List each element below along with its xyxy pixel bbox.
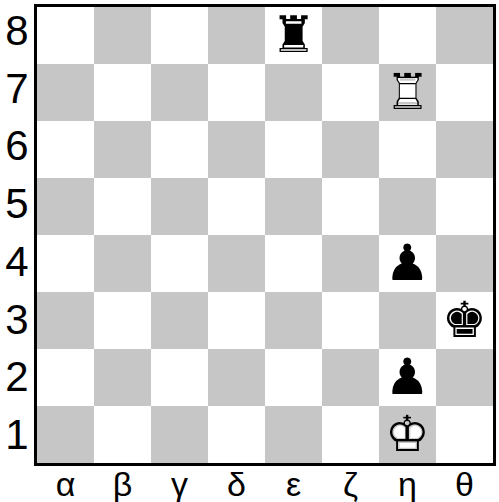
square-a8[interactable] xyxy=(37,7,94,64)
piece-black-king[interactable]: ♚ xyxy=(436,292,493,349)
square-g8[interactable] xyxy=(379,7,436,64)
file-label-epsilon: ε xyxy=(265,466,322,502)
file-labels: αβγδεζηθ xyxy=(37,466,496,502)
square-c3[interactable] xyxy=(151,292,208,349)
square-d5[interactable] xyxy=(208,178,265,235)
square-d6[interactable] xyxy=(208,121,265,178)
square-h5[interactable] xyxy=(436,178,493,235)
file-label-zeta: ζ xyxy=(322,466,379,502)
square-c5[interactable] xyxy=(151,178,208,235)
pawn-glyph: ♟ xyxy=(379,235,436,292)
square-f4[interactable] xyxy=(322,235,379,292)
square-b6[interactable] xyxy=(94,121,151,178)
square-e7[interactable] xyxy=(265,64,322,121)
rank-labels: 87654321 xyxy=(0,4,34,466)
square-b8[interactable] xyxy=(94,7,151,64)
chess-board: ♜♜♖♟♚♟♚♔ xyxy=(34,4,496,466)
square-d1[interactable] xyxy=(208,406,265,463)
square-h4[interactable] xyxy=(436,235,493,292)
square-e4[interactable] xyxy=(265,235,322,292)
square-e6[interactable] xyxy=(265,121,322,178)
square-c8[interactable] xyxy=(151,7,208,64)
square-b3[interactable] xyxy=(94,292,151,349)
square-f3[interactable] xyxy=(322,292,379,349)
square-f5[interactable] xyxy=(322,178,379,235)
square-a4[interactable] xyxy=(37,235,94,292)
square-h3[interactable]: ♚ xyxy=(436,292,493,349)
rank-label-2: 2 xyxy=(0,351,34,409)
rank-label-4: 4 xyxy=(0,235,34,293)
square-g2[interactable]: ♟ xyxy=(379,349,436,406)
square-f6[interactable] xyxy=(322,121,379,178)
chess-diagram: 87654321 ♜♜♖♟♚♟♚♔ αβγδεζηθ xyxy=(0,0,499,502)
square-c7[interactable] xyxy=(151,64,208,121)
file-label-gamma: γ xyxy=(151,466,208,502)
square-b5[interactable] xyxy=(94,178,151,235)
rank-label-5: 5 xyxy=(0,177,34,235)
square-a3[interactable] xyxy=(37,292,94,349)
corner-spacer xyxy=(0,466,34,502)
square-e8[interactable]: ♜ xyxy=(265,7,322,64)
square-g6[interactable] xyxy=(379,121,436,178)
square-a1[interactable] xyxy=(37,406,94,463)
square-g7[interactable]: ♜♖ xyxy=(379,64,436,121)
square-e3[interactable] xyxy=(265,292,322,349)
square-g1[interactable]: ♚♔ xyxy=(379,406,436,463)
piece-black-pawn[interactable]: ♟ xyxy=(379,235,436,292)
rook-outline-layer: ♖ xyxy=(379,64,436,121)
square-d3[interactable] xyxy=(208,292,265,349)
square-d2[interactable] xyxy=(208,349,265,406)
file-label-alpha: α xyxy=(37,466,94,502)
square-f2[interactable] xyxy=(322,349,379,406)
square-h8[interactable] xyxy=(436,7,493,64)
square-g3[interactable] xyxy=(379,292,436,349)
square-a2[interactable] xyxy=(37,349,94,406)
square-g5[interactable] xyxy=(379,178,436,235)
square-b2[interactable] xyxy=(94,349,151,406)
square-h1[interactable] xyxy=(436,406,493,463)
square-d4[interactable] xyxy=(208,235,265,292)
square-c2[interactable] xyxy=(151,349,208,406)
square-a7[interactable] xyxy=(37,64,94,121)
pawn-glyph: ♟ xyxy=(379,349,436,406)
rank-label-3: 3 xyxy=(0,293,34,351)
piece-black-rook[interactable]: ♜ xyxy=(265,7,322,64)
square-b1[interactable] xyxy=(94,406,151,463)
piece-black-pawn[interactable]: ♟ xyxy=(379,349,436,406)
square-e5[interactable] xyxy=(265,178,322,235)
square-h7[interactable] xyxy=(436,64,493,121)
file-label-delta: δ xyxy=(208,466,265,502)
board-layout: 87654321 ♜♜♖♟♚♟♚♔ αβγδεζηθ xyxy=(0,4,496,502)
file-label-theta: θ xyxy=(436,466,493,502)
square-d8[interactable] xyxy=(208,7,265,64)
square-h2[interactable] xyxy=(436,349,493,406)
square-g4[interactable]: ♟ xyxy=(379,235,436,292)
king-outline-layer: ♔ xyxy=(379,406,436,463)
square-h6[interactable] xyxy=(436,121,493,178)
king-glyph: ♚ xyxy=(436,292,493,349)
rank-label-1: 1 xyxy=(0,408,34,466)
square-e1[interactable] xyxy=(265,406,322,463)
square-c1[interactable] xyxy=(151,406,208,463)
square-f1[interactable] xyxy=(322,406,379,463)
piece-white-rook[interactable]: ♜♖ xyxy=(379,64,436,121)
file-label-beta: β xyxy=(94,466,151,502)
square-e2[interactable] xyxy=(265,349,322,406)
square-b7[interactable] xyxy=(94,64,151,121)
square-f8[interactable] xyxy=(322,7,379,64)
rook-glyph: ♜ xyxy=(265,7,322,64)
file-label-eta: η xyxy=(379,466,436,502)
square-c4[interactable] xyxy=(151,235,208,292)
square-d7[interactable] xyxy=(208,64,265,121)
square-c6[interactable] xyxy=(151,121,208,178)
rank-label-6: 6 xyxy=(0,120,34,178)
square-f7[interactable] xyxy=(322,64,379,121)
rank-label-7: 7 xyxy=(0,62,34,120)
square-a5[interactable] xyxy=(37,178,94,235)
rank-label-8: 8 xyxy=(0,4,34,62)
piece-white-king[interactable]: ♚♔ xyxy=(379,406,436,463)
square-b4[interactable] xyxy=(94,235,151,292)
square-a6[interactable] xyxy=(37,121,94,178)
